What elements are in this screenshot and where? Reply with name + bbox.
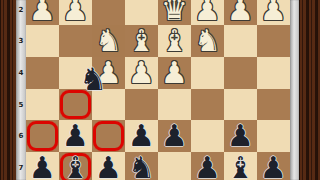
white-pawn-b2[interactable]: ♟ [224,0,257,25]
black-pawn-e6[interactable]: ♟ [125,120,158,152]
square-f2[interactable] [92,0,125,25]
square-f7[interactable]: ♟ [92,152,125,180]
wood-rail-right [299,0,320,180]
square-e3[interactable]: ♝+ [125,25,158,57]
rank-label-3: 3 [16,37,26,45]
rank-label-6: 6 [16,132,26,140]
square-b2[interactable]: ♟ [224,0,257,25]
white-pawn-c2[interactable]: ♟ [191,0,224,25]
square-a3[interactable] [257,25,290,57]
square-e7[interactable]: ♞ [125,152,158,180]
rank-label-5: 5 [16,101,26,109]
square-h4[interactable] [26,57,59,89]
red-highlight-f6 [93,121,124,151]
white-queen-d2[interactable]: ♛ [158,0,191,25]
square-d5[interactable] [158,89,191,121]
square-d2[interactable]: ♛ [158,0,191,25]
square-b5[interactable] [224,89,257,121]
rank-label-2: 2 [16,6,26,14]
white-knight-c3[interactable]: ♞ [191,25,224,57]
right-edge-strip [290,0,299,180]
square-h7[interactable]: ♟ [26,152,59,180]
black-knight-animating[interactable]: ♞ [77,63,110,95]
square-f3[interactable]: ♞ [92,25,125,57]
black-pawn-g6[interactable]: ♟ [59,120,92,152]
square-b7[interactable]: ♝+ [224,152,257,180]
black-pawn-h7[interactable]: ♟ [26,152,59,180]
black-pawn-c7[interactable]: ♟ [191,152,224,180]
square-c2[interactable]: ♟ [191,0,224,25]
square-f6[interactable] [92,120,125,152]
red-highlight-h6 [27,121,58,151]
square-b6[interactable]: ♟ [224,120,257,152]
square-a7[interactable]: ♟ [257,152,290,180]
white-pawn-g2[interactable]: ♟ [59,0,92,25]
square-a2[interactable]: ♟ [257,0,290,25]
square-g6[interactable]: ♟ [59,120,92,152]
white-pawn-e4[interactable]: ♟ [125,57,158,89]
square-a5[interactable] [257,89,290,121]
square-b4[interactable] [224,57,257,89]
white-knight-f3[interactable]: ♞ [92,25,125,57]
square-d7[interactable] [158,152,191,180]
rank-label-4: 4 [16,69,26,77]
square-d3[interactable]: ♝+ [158,25,191,57]
square-b3[interactable] [224,25,257,57]
square-a4[interactable] [257,57,290,89]
black-pawn-a7[interactable]: ♟ [257,152,290,180]
black-bishop-g7[interactable]: ♝ [59,152,92,180]
black-knight-e7[interactable]: ♞ [125,152,158,180]
square-h2[interactable]: ♟ [26,0,59,25]
square-h5[interactable] [26,89,59,121]
wood-rail-left [0,0,16,180]
square-c7[interactable]: ♟ [191,152,224,180]
square-c6[interactable] [191,120,224,152]
square-e6[interactable]: ♟ [125,120,158,152]
white-bishop-e3[interactable]: ♝ [125,25,158,57]
square-g7[interactable]: ♝+ [59,152,92,180]
black-pawn-b6[interactable]: ♟ [224,120,257,152]
square-c5[interactable] [191,89,224,121]
board: ♟♟♛♟♟♟♞♝+♝+♞♟♟♟♟♟♟♟♟♝+♟♞♟♝+♟ [26,0,290,180]
square-e2[interactable] [125,0,158,25]
rank-label-7: 7 [16,164,26,172]
square-h3[interactable] [26,25,59,57]
square-h6[interactable] [26,120,59,152]
chess-app-screen: 234567 ♟♟♛♟♟♟♞♝+♝+♞♟♟♟♟♟♟♟♟♝+♟♞♟♝+♟ ♞ [0,0,320,180]
white-pawn-a2[interactable]: ♟ [257,0,290,25]
square-c3[interactable]: ♞ [191,25,224,57]
square-e5[interactable] [125,89,158,121]
black-pawn-d6[interactable]: ♟ [158,120,191,152]
rank-label-strip: 234567 [16,0,26,180]
white-pawn-h2[interactable]: ♟ [26,0,59,25]
square-a6[interactable] [257,120,290,152]
square-g2[interactable]: ♟ [59,0,92,25]
square-c4[interactable] [191,57,224,89]
square-d6[interactable]: ♟ [158,120,191,152]
black-pawn-f7[interactable]: ♟ [92,152,125,180]
white-pawn-d4[interactable]: ♟ [158,57,191,89]
square-e4[interactable]: ♟ [125,57,158,89]
white-bishop-d3[interactable]: ♝ [158,25,191,57]
black-bishop-b7[interactable]: ♝ [224,152,257,180]
square-g3[interactable] [59,25,92,57]
square-d4[interactable]: ♟ [158,57,191,89]
